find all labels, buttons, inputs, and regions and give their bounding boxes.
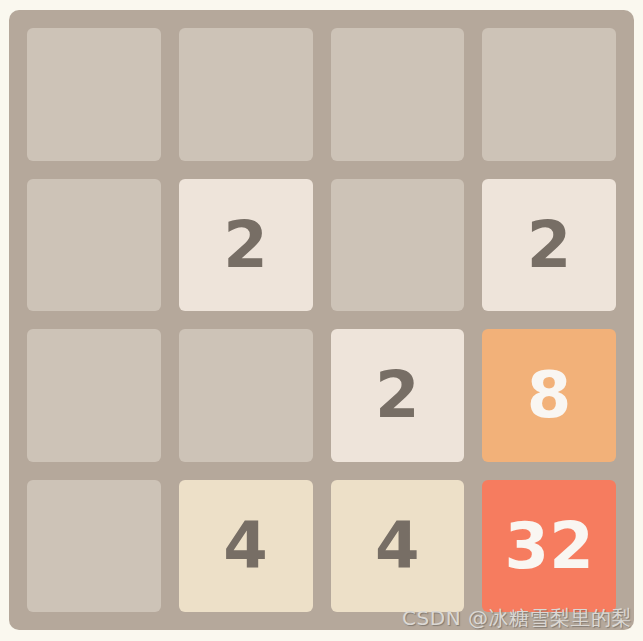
cell-r1c1 [27, 28, 161, 161]
cell-r3c4: 8 [482, 329, 616, 462]
cell-r2c3 [331, 179, 465, 312]
cell-r3c3: 2 [331, 329, 465, 462]
cell-r2c2: 2 [179, 179, 313, 312]
cell-r1c3 [331, 28, 465, 161]
game-board[interactable]: 2 2 2 8 4 4 32 [9, 10, 634, 630]
cell-r4c3: 4 [331, 480, 465, 613]
cell-r4c1 [27, 480, 161, 613]
cell-r4c2: 4 [179, 480, 313, 613]
cell-r1c4 [482, 28, 616, 161]
cell-r2c4: 2 [482, 179, 616, 312]
cell-r2c1 [27, 179, 161, 312]
cell-r4c4: 32 [482, 480, 616, 613]
cell-r1c2 [179, 28, 313, 161]
cell-r3c1 [27, 329, 161, 462]
cell-r3c2 [179, 329, 313, 462]
